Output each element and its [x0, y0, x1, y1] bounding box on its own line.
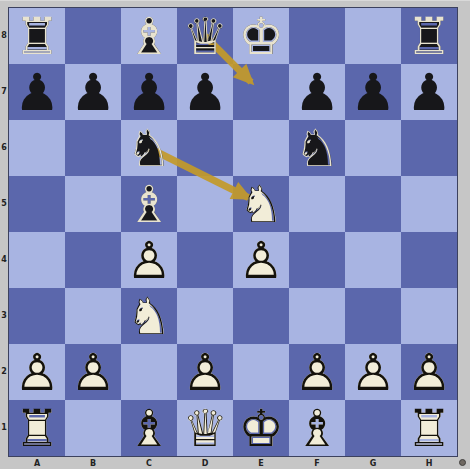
square-a2[interactable]	[9, 344, 65, 400]
square-c2[interactable]	[121, 344, 177, 400]
square-h7[interactable]	[401, 64, 457, 120]
chess-board: ♜♖♝♗♛♕♚♔♜♖♟♟♟♟♟♟♟♞♘♞♘♝♗♞♘♟♙♟♙♞♘♟♙♟♙♟♙♟♙♟…	[8, 7, 458, 457]
square-g1[interactable]	[345, 400, 401, 456]
square-e1[interactable]	[233, 400, 289, 456]
square-a7[interactable]	[9, 64, 65, 120]
file-label-g: G	[345, 459, 401, 469]
square-a5[interactable]	[9, 176, 65, 232]
square-f8[interactable]	[289, 8, 345, 64]
square-c4[interactable]	[121, 232, 177, 288]
square-h2[interactable]	[401, 344, 457, 400]
square-h4[interactable]	[401, 232, 457, 288]
rank-label-5: 5	[0, 176, 8, 232]
square-d5[interactable]	[177, 176, 233, 232]
board-squares	[9, 8, 457, 456]
square-h8[interactable]	[401, 8, 457, 64]
square-a4[interactable]	[9, 232, 65, 288]
file-label-f: F	[289, 459, 345, 469]
square-b4[interactable]	[65, 232, 121, 288]
square-f3[interactable]	[289, 288, 345, 344]
square-g3[interactable]	[345, 288, 401, 344]
square-c1[interactable]	[121, 400, 177, 456]
square-e2[interactable]	[233, 344, 289, 400]
square-e5[interactable]	[233, 176, 289, 232]
square-d7[interactable]	[177, 64, 233, 120]
square-g7[interactable]	[345, 64, 401, 120]
square-d1[interactable]	[177, 400, 233, 456]
square-c8[interactable]	[121, 8, 177, 64]
square-e6[interactable]	[233, 120, 289, 176]
square-g6[interactable]	[345, 120, 401, 176]
square-f4[interactable]	[289, 232, 345, 288]
square-a3[interactable]	[9, 288, 65, 344]
square-e8[interactable]	[233, 8, 289, 64]
square-d6[interactable]	[177, 120, 233, 176]
square-c7[interactable]	[121, 64, 177, 120]
file-label-d: D	[177, 459, 233, 469]
square-h6[interactable]	[401, 120, 457, 176]
square-h5[interactable]	[401, 176, 457, 232]
rank-label-7: 7	[0, 64, 8, 120]
square-b1[interactable]	[65, 400, 121, 456]
square-f6[interactable]	[289, 120, 345, 176]
square-d8[interactable]	[177, 8, 233, 64]
square-d4[interactable]	[177, 232, 233, 288]
square-f5[interactable]	[289, 176, 345, 232]
square-b8[interactable]	[65, 8, 121, 64]
square-d2[interactable]	[177, 344, 233, 400]
square-h1[interactable]	[401, 400, 457, 456]
square-g5[interactable]	[345, 176, 401, 232]
rank-label-6: 6	[0, 120, 8, 176]
rank-label-1: 1	[0, 400, 8, 456]
rank-label-4: 4	[0, 232, 8, 288]
square-a6[interactable]	[9, 120, 65, 176]
square-h3[interactable]	[401, 288, 457, 344]
square-e4[interactable]	[233, 232, 289, 288]
square-f7[interactable]	[289, 64, 345, 120]
square-g2[interactable]	[345, 344, 401, 400]
square-a8[interactable]	[9, 8, 65, 64]
file-label-h: H	[401, 459, 457, 469]
square-c5[interactable]	[121, 176, 177, 232]
file-label-e: E	[233, 459, 289, 469]
file-label-b: B	[65, 459, 121, 469]
corner-grip-dot	[459, 459, 466, 466]
square-g4[interactable]	[345, 232, 401, 288]
square-f2[interactable]	[289, 344, 345, 400]
square-b5[interactable]	[65, 176, 121, 232]
square-c6[interactable]	[121, 120, 177, 176]
square-e7[interactable]	[233, 64, 289, 120]
square-a1[interactable]	[9, 400, 65, 456]
file-label-c: C	[121, 459, 177, 469]
rank-label-8: 8	[0, 8, 8, 64]
square-b7[interactable]	[65, 64, 121, 120]
square-b2[interactable]	[65, 344, 121, 400]
square-g8[interactable]	[345, 8, 401, 64]
square-b6[interactable]	[65, 120, 121, 176]
square-c3[interactable]	[121, 288, 177, 344]
chess-board-window: ♜♖♝♗♛♕♚♔♜♖♟♟♟♟♟♟♟♞♘♞♘♝♗♞♘♟♙♟♙♞♘♟♙♟♙♟♙♟♙♟…	[0, 0, 470, 469]
square-d3[interactable]	[177, 288, 233, 344]
square-f1[interactable]	[289, 400, 345, 456]
file-label-a: A	[9, 459, 65, 469]
square-e3[interactable]	[233, 288, 289, 344]
rank-label-2: 2	[0, 344, 8, 400]
rank-label-3: 3	[0, 288, 8, 344]
square-b3[interactable]	[65, 288, 121, 344]
